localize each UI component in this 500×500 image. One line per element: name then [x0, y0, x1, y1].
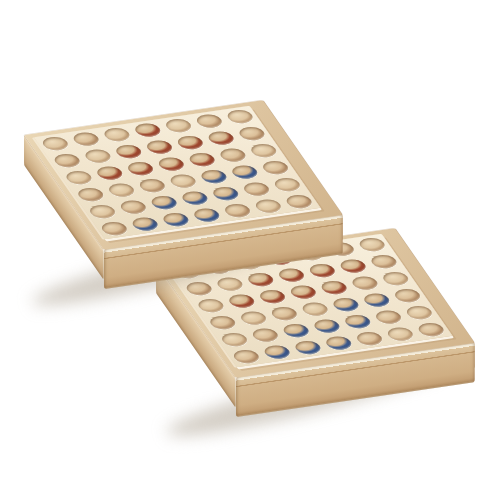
- hole-blue-disc: [210, 185, 242, 201]
- hole-empty: [372, 309, 404, 325]
- hole-empty: [380, 270, 412, 286]
- hole-empty: [237, 310, 269, 326]
- hole-red-disc: [94, 165, 126, 181]
- hole-empty: [283, 193, 315, 209]
- hole-red-disc: [275, 267, 307, 283]
- hole-red-disc: [245, 271, 277, 287]
- hole-red-disc: [174, 134, 206, 150]
- hole-empty: [63, 169, 95, 185]
- hole-empty: [207, 314, 239, 330]
- hole-empty: [240, 181, 272, 197]
- hole-red-disc: [143, 139, 175, 155]
- hole-blue-disc: [179, 190, 211, 206]
- hole-red-disc: [337, 258, 369, 274]
- hole-empty: [384, 326, 416, 342]
- hole-blue-disc: [323, 335, 355, 351]
- hole-empty: [356, 236, 388, 252]
- hole-empty: [167, 173, 199, 189]
- hole-empty: [349, 275, 381, 291]
- hole-empty: [252, 198, 284, 214]
- hole-blue-disc: [280, 322, 312, 338]
- hole-red-disc: [186, 151, 218, 167]
- hole-blue-disc: [361, 292, 393, 308]
- hole-empty: [268, 305, 300, 321]
- hole-blue-disc: [191, 207, 223, 223]
- hole-empty: [391, 287, 423, 303]
- hole-empty: [218, 331, 250, 347]
- hole-red-disc: [318, 279, 350, 295]
- hole-empty: [353, 330, 385, 346]
- hole-blue-disc: [330, 296, 362, 312]
- hole-red-disc: [155, 156, 187, 172]
- hole-empty: [236, 125, 268, 141]
- hole-blue-disc: [129, 216, 161, 232]
- hole-blue-disc: [160, 211, 192, 227]
- hole-red-disc: [287, 284, 319, 300]
- hole-empty: [75, 186, 107, 202]
- hole-empty: [221, 202, 253, 218]
- hole-blue-disc: [342, 313, 374, 329]
- hole-empty: [101, 126, 133, 142]
- hole-blue-disc: [292, 339, 324, 355]
- hole-red-disc: [256, 288, 288, 304]
- hole-empty: [183, 280, 215, 296]
- hole-empty: [136, 177, 168, 193]
- hole-empty: [98, 220, 130, 236]
- hole-empty: [86, 203, 118, 219]
- hole-empty: [259, 159, 291, 175]
- product-photo-scene: [0, 0, 500, 500]
- hole-empty: [70, 131, 102, 147]
- hole-empty: [299, 301, 331, 317]
- hole-empty: [162, 117, 194, 133]
- hole-empty: [403, 304, 435, 320]
- hole-empty: [117, 199, 149, 215]
- hole-blue-disc: [198, 168, 230, 184]
- hole-empty: [105, 182, 137, 198]
- hole-blue-disc: [261, 344, 293, 360]
- hole-empty: [415, 321, 447, 337]
- hole-empty: [230, 348, 262, 364]
- hole-blue-disc: [229, 164, 261, 180]
- hole-red-disc: [113, 143, 145, 159]
- hole-red-disc: [205, 130, 237, 146]
- hole-red-disc: [226, 293, 258, 309]
- hole-empty: [51, 152, 83, 168]
- hole-empty: [271, 176, 303, 192]
- hole-empty: [193, 113, 225, 129]
- hole-empty: [217, 147, 249, 163]
- hole-empty: [39, 135, 71, 151]
- hole-red-disc: [306, 262, 338, 278]
- hole-empty: [249, 327, 281, 343]
- hole-empty: [224, 108, 256, 124]
- hole-empty: [248, 142, 280, 158]
- hole-blue-disc: [148, 194, 180, 210]
- hole-empty: [195, 297, 227, 313]
- hole-empty: [82, 148, 114, 164]
- hole-red-disc: [124, 160, 156, 176]
- hole-blue-disc: [311, 318, 343, 334]
- hole-red-disc: [132, 122, 164, 138]
- hole-empty: [368, 253, 400, 269]
- hole-empty: [214, 276, 246, 292]
